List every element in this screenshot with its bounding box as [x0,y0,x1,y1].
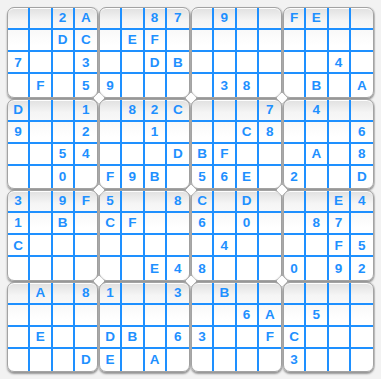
cell-r4c9[interactable] [192,74,214,96]
cell-r15c16[interactable] [351,327,373,349]
cell-r16c6[interactable] [122,349,144,371]
cell-r4c13[interactable] [284,74,306,96]
cell-r8c13[interactable]: 2 [284,166,306,188]
cell-r2c7[interactable]: F [145,30,167,52]
cell-r16c13[interactable]: 3 [284,349,306,371]
cell-r7c8[interactable]: D [167,144,189,166]
cell-r9c2[interactable] [30,191,52,213]
cell-r15c3[interactable] [53,327,75,349]
cell-r5c14[interactable]: 4 [306,100,328,122]
cell-r14c3[interactable] [53,305,75,327]
cell-r6c4[interactable]: 2 [75,122,97,144]
cell-r5c15[interactable] [329,100,351,122]
cell-r5c5[interactable] [100,100,122,122]
cell-r9c7[interactable] [145,191,167,213]
cell-r16c11[interactable] [237,349,259,371]
cell-r3c2[interactable] [30,52,52,74]
cell-r5c8[interactable]: C [167,100,189,122]
cell-r10c1[interactable]: 1 [8,213,30,235]
cell-r6c5[interactable] [100,122,122,144]
cell-r3c5[interactable] [100,52,122,74]
cell-r10c13[interactable] [284,213,306,235]
cell-r10c11[interactable]: 0 [237,213,259,235]
box-3-3: CD6048 [191,190,282,281]
cell-r13c16[interactable] [351,283,373,305]
cell-r6c13[interactable] [284,122,306,144]
cell-r6c1[interactable]: 9 [8,122,30,144]
cell-r3c12[interactable] [259,52,281,74]
cell-r8c8[interactable] [167,166,189,188]
cell-r15c4[interactable] [75,327,97,349]
cell-r1c13[interactable]: F [284,8,306,30]
cell-r5c2[interactable] [30,100,52,122]
box-1-2: 87EFDB9 [99,7,190,98]
cell-r10c7[interactable] [145,213,167,235]
cell-r12c16[interactable]: 2 [351,257,373,279]
cell-r2c11[interactable] [237,30,259,52]
cell-r7c7[interactable] [145,144,167,166]
cell-r12c1[interactable] [8,257,30,279]
cell-r12c13[interactable]: 0 [284,257,306,279]
cell-r10c14[interactable]: 8 [306,213,328,235]
cell-r15c5[interactable]: D [100,327,122,349]
cell-r2c6[interactable]: E [122,30,144,52]
cell-r16c7[interactable]: A [145,349,167,371]
box-4-1: A8ED [7,282,98,373]
cell-r12c12[interactable] [259,257,281,279]
cell-r2c3[interactable]: D [53,30,75,52]
cell-r10c5[interactable]: C [100,213,122,235]
cell-r14c8[interactable] [167,305,189,327]
cell-r12c5[interactable] [100,257,122,279]
cell-r11c13[interactable] [284,235,306,257]
cell-r2c8[interactable] [167,30,189,52]
cell-r2c4[interactable]: C [75,30,97,52]
cell-r5c11[interactable] [237,100,259,122]
cell-r8c4[interactable] [75,166,97,188]
cell-r8c6[interactable]: 9 [122,166,144,188]
cell-r15c11[interactable] [237,327,259,349]
cell-r12c7[interactable]: E [145,257,167,279]
cell-r14c5[interactable] [100,305,122,327]
cell-r1c1[interactable] [8,8,30,30]
cell-r3c10[interactable] [214,52,236,74]
cell-r4c8[interactable] [167,74,189,96]
cell-r11c14[interactable] [306,235,328,257]
cell-r7c14[interactable]: A [306,144,328,166]
cell-r13c12[interactable] [259,283,281,305]
cell-r10c16[interactable] [351,213,373,235]
cell-r10c15[interactable]: 7 [329,213,351,235]
cell-r14c14[interactable]: 5 [306,305,328,327]
cell-r4c6[interactable] [122,74,144,96]
cell-r13c5[interactable]: 1 [100,283,122,305]
cell-r3c6[interactable] [122,52,144,74]
cell-r16c3[interactable] [53,349,75,371]
cell-r15c15[interactable] [329,327,351,349]
cell-r12c3[interactable] [53,257,75,279]
cell-r7c9[interactable]: B [192,144,214,166]
cell-r6c11[interactable]: C [237,122,259,144]
cell-r1c10[interactable]: 9 [214,8,236,30]
cell-r8c16[interactable]: D [351,166,373,188]
cell-r10c12[interactable] [259,213,281,235]
cell-r9c5[interactable]: 5 [100,191,122,213]
sudoku-board: 2ADC73F587EFDB9938FE4BAD19254082C1DF9B7C… [7,7,374,372]
cell-r8c10[interactable]: 6 [214,166,236,188]
cell-r3c1[interactable]: 7 [8,52,30,74]
cell-r15c14[interactable] [306,327,328,349]
cell-r12c11[interactable] [237,257,259,279]
cell-r16c8[interactable] [167,349,189,371]
cell-r7c13[interactable] [284,144,306,166]
cell-r12c14[interactable] [306,257,328,279]
cell-r3c3[interactable] [53,52,75,74]
cell-r4c5[interactable]: 9 [100,74,122,96]
cell-r16c15[interactable] [329,349,351,371]
cell-r1c9[interactable] [192,8,214,30]
cell-r8c2[interactable] [30,166,52,188]
cell-r13c1[interactable] [8,283,30,305]
cell-r16c9[interactable] [192,349,214,371]
cell-r6c14[interactable] [306,122,328,144]
box-2-4: 46A82D [283,99,374,190]
cell-r4c7[interactable] [145,74,167,96]
cell-r8c5[interactable]: F [100,166,122,188]
cell-r2c14[interactable] [306,30,328,52]
cell-r3c14[interactable] [306,52,328,74]
cell-r1c5[interactable] [100,8,122,30]
cell-r10c2[interactable] [30,213,52,235]
cell-r4c16[interactable]: A [351,74,373,96]
cell-r15c13[interactable]: C [284,327,306,349]
cell-r9c9[interactable]: C [192,191,214,213]
cell-r7c11[interactable] [237,144,259,166]
cell-r15c8[interactable]: 6 [167,327,189,349]
cell-r16c16[interactable] [351,349,373,371]
cell-r9c16[interactable]: 4 [351,191,373,213]
cell-r13c10[interactable]: B [214,283,236,305]
cell-r11c5[interactable] [100,235,122,257]
cell-r13c11[interactable] [237,283,259,305]
cell-r6c8[interactable] [167,122,189,144]
cell-r1c12[interactable] [259,8,281,30]
cell-r11c3[interactable] [53,235,75,257]
cell-r12c8[interactable]: 4 [167,257,189,279]
cell-r2c10[interactable] [214,30,236,52]
cell-r15c2[interactable]: E [30,327,52,349]
cell-r6c16[interactable]: 6 [351,122,373,144]
cell-r5c1[interactable]: D [8,100,30,122]
cell-r4c2[interactable]: F [30,74,52,96]
cell-r5c16[interactable] [351,100,373,122]
cell-r1c4[interactable]: A [75,8,97,30]
cell-r8c12[interactable] [259,166,281,188]
cell-r5c7[interactable]: 2 [145,100,167,122]
cell-r13c15[interactable] [329,283,351,305]
cell-r5c3[interactable] [53,100,75,122]
cell-r5c12[interactable]: 7 [259,100,281,122]
cell-r8c11[interactable]: E [237,166,259,188]
cell-r13c13[interactable] [284,283,306,305]
cell-r9c3[interactable]: 9 [53,191,75,213]
cell-r7c2[interactable] [30,144,52,166]
cell-r13c8[interactable]: 3 [167,283,189,305]
cell-r14c7[interactable] [145,305,167,327]
cell-r3c13[interactable] [284,52,306,74]
cell-r16c2[interactable] [30,349,52,371]
cell-r11c2[interactable] [30,235,52,257]
cell-r5c13[interactable] [284,100,306,122]
cell-r10c8[interactable] [167,213,189,235]
cell-r14c10[interactable] [214,305,236,327]
cell-r16c14[interactable] [306,349,328,371]
cell-r5c9[interactable] [192,100,214,122]
cell-r9c10[interactable] [214,191,236,213]
cell-r14c12[interactable]: A [259,305,281,327]
cell-r15c6[interactable]: B [122,327,144,349]
cell-r8c7[interactable]: B [145,166,167,188]
cell-r6c12[interactable]: 8 [259,122,281,144]
cell-r13c9[interactable] [192,283,214,305]
box-4-3: B6A3F [191,282,282,373]
cell-r13c7[interactable] [145,283,167,305]
cell-r4c11[interactable]: 8 [237,74,259,96]
cell-r1c16[interactable] [351,8,373,30]
cell-r9c11[interactable]: D [237,191,259,213]
cell-r16c10[interactable] [214,349,236,371]
cell-r9c8[interactable]: 8 [167,191,189,213]
cell-r11c4[interactable] [75,235,97,257]
cell-r9c15[interactable]: E [329,191,351,213]
cell-r11c7[interactable] [145,235,167,257]
cell-r9c6[interactable] [122,191,144,213]
cell-r5c6[interactable]: 8 [122,100,144,122]
cell-r7c1[interactable] [8,144,30,166]
cell-r9c12[interactable] [259,191,281,213]
cell-r10c6[interactable]: F [122,213,144,235]
box-3-4: E487F5092 [283,190,374,281]
cell-r11c8[interactable] [167,235,189,257]
cell-r6c10[interactable] [214,122,236,144]
cell-r10c4[interactable] [75,213,97,235]
cell-r6c9[interactable] [192,122,214,144]
cell-r4c1[interactable] [8,74,30,96]
cell-r8c9[interactable]: 5 [192,166,214,188]
cell-r12c2[interactable] [30,257,52,279]
cell-r15c1[interactable] [8,327,30,349]
cell-r2c2[interactable] [30,30,52,52]
cell-r10c3[interactable]: B [53,213,75,235]
cell-r3c16[interactable] [351,52,373,74]
cell-r11c9[interactable] [192,235,214,257]
cell-r6c15[interactable] [329,122,351,144]
cell-r14c15[interactable] [329,305,351,327]
cell-r13c3[interactable] [53,283,75,305]
cell-r14c13[interactable] [284,305,306,327]
cell-r10c10[interactable] [214,213,236,235]
box-2-2: 82C1DF9B [99,99,190,190]
cell-r13c2[interactable]: A [30,283,52,305]
cell-r15c9[interactable]: 3 [192,327,214,349]
cell-r11c10[interactable]: 4 [214,235,236,257]
cell-r12c4[interactable] [75,257,97,279]
cell-r4c4[interactable]: 5 [75,74,97,96]
cell-r1c15[interactable] [329,8,351,30]
cell-r3c7[interactable]: D [145,52,167,74]
cell-r14c9[interactable] [192,305,214,327]
cell-r2c12[interactable] [259,30,281,52]
cell-r7c5[interactable] [100,144,122,166]
cell-r9c14[interactable] [306,191,328,213]
box-1-3: 938 [191,7,282,98]
cell-r14c4[interactable] [75,305,97,327]
cell-r12c9[interactable]: 8 [192,257,214,279]
cell-r4c3[interactable] [53,74,75,96]
cell-r1c3[interactable]: 2 [53,8,75,30]
box-4-4: 5C3 [283,282,374,373]
cell-r15c7[interactable] [145,327,167,349]
cell-r13c14[interactable] [306,283,328,305]
cell-r1c6[interactable] [122,8,144,30]
cell-r10c9[interactable]: 6 [192,213,214,235]
cell-r5c10[interactable] [214,100,236,122]
cell-r1c2[interactable] [30,8,52,30]
cell-r5c4[interactable]: 1 [75,100,97,122]
box-3-1: 39F1BC [7,190,98,281]
cell-r9c4[interactable]: F [75,191,97,213]
cell-r14c16[interactable] [351,305,373,327]
cell-r7c4[interactable]: 4 [75,144,97,166]
cell-r12c10[interactable] [214,257,236,279]
cell-r1c8[interactable]: 7 [167,8,189,30]
cell-r12c6[interactable] [122,257,144,279]
cell-r2c9[interactable] [192,30,214,52]
box-1-4: FE4BA [283,7,374,98]
cell-r8c15[interactable] [329,166,351,188]
cell-r11c16[interactable]: 5 [351,235,373,257]
cell-r1c7[interactable]: 8 [145,8,167,30]
cell-r16c4[interactable]: D [75,349,97,371]
cell-r11c11[interactable] [237,235,259,257]
cell-r16c12[interactable] [259,349,281,371]
cell-r7c16[interactable]: 8 [351,144,373,166]
cell-r11c1[interactable]: C [8,235,30,257]
cell-r14c6[interactable] [122,305,144,327]
cell-r3c11[interactable] [237,52,259,74]
cell-r2c5[interactable] [100,30,122,52]
cell-r3c15[interactable]: 4 [329,52,351,74]
cell-r1c14[interactable]: E [306,8,328,30]
cell-r8c14[interactable] [306,166,328,188]
cell-r14c1[interactable] [8,305,30,327]
cell-r16c1[interactable] [8,349,30,371]
cell-r14c2[interactable] [30,305,52,327]
cell-r1c11[interactable] [237,8,259,30]
cell-r7c6[interactable] [122,144,144,166]
cell-r9c1[interactable]: 3 [8,191,30,213]
cell-r7c10[interactable]: F [214,144,236,166]
cell-r4c12[interactable] [259,74,281,96]
cell-r2c15[interactable] [329,30,351,52]
cell-r12c15[interactable]: 9 [329,257,351,279]
cell-r6c3[interactable] [53,122,75,144]
cell-r4c10[interactable]: 3 [214,74,236,96]
cell-r11c12[interactable] [259,235,281,257]
cell-r13c4[interactable]: 8 [75,283,97,305]
cell-r11c6[interactable] [122,235,144,257]
cell-r15c12[interactable]: F [259,327,281,349]
box-1-1: 2ADC73F5 [7,7,98,98]
cell-r7c15[interactable] [329,144,351,166]
cell-r3c8[interactable]: B [167,52,189,74]
cell-r2c13[interactable] [284,30,306,52]
cell-r6c6[interactable] [122,122,144,144]
cell-r4c14[interactable]: B [306,74,328,96]
cell-r2c1[interactable] [8,30,30,52]
box-2-3: 7C8BF56E [191,99,282,190]
box-2-1: D192540 [7,99,98,190]
cell-r13c6[interactable] [122,283,144,305]
box-4-2: 13DB6EA [99,282,190,373]
cell-r3c9[interactable] [192,52,214,74]
cell-r11c15[interactable]: F [329,235,351,257]
cell-r16c5[interactable]: E [100,349,122,371]
cell-r7c12[interactable] [259,144,281,166]
cell-r15c10[interactable] [214,327,236,349]
cell-r4c15[interactable] [329,74,351,96]
cell-r3c4[interactable]: 3 [75,52,97,74]
cell-r6c7[interactable]: 1 [145,122,167,144]
cell-r9c13[interactable] [284,191,306,213]
box-3-2: 58CFE4 [99,190,190,281]
cell-r8c3[interactable]: 0 [53,166,75,188]
cell-r6c2[interactable] [30,122,52,144]
cell-r7c3[interactable]: 5 [53,144,75,166]
cell-r2c16[interactable] [351,30,373,52]
cell-r8c1[interactable] [8,166,30,188]
cell-r14c11[interactable]: 6 [237,305,259,327]
